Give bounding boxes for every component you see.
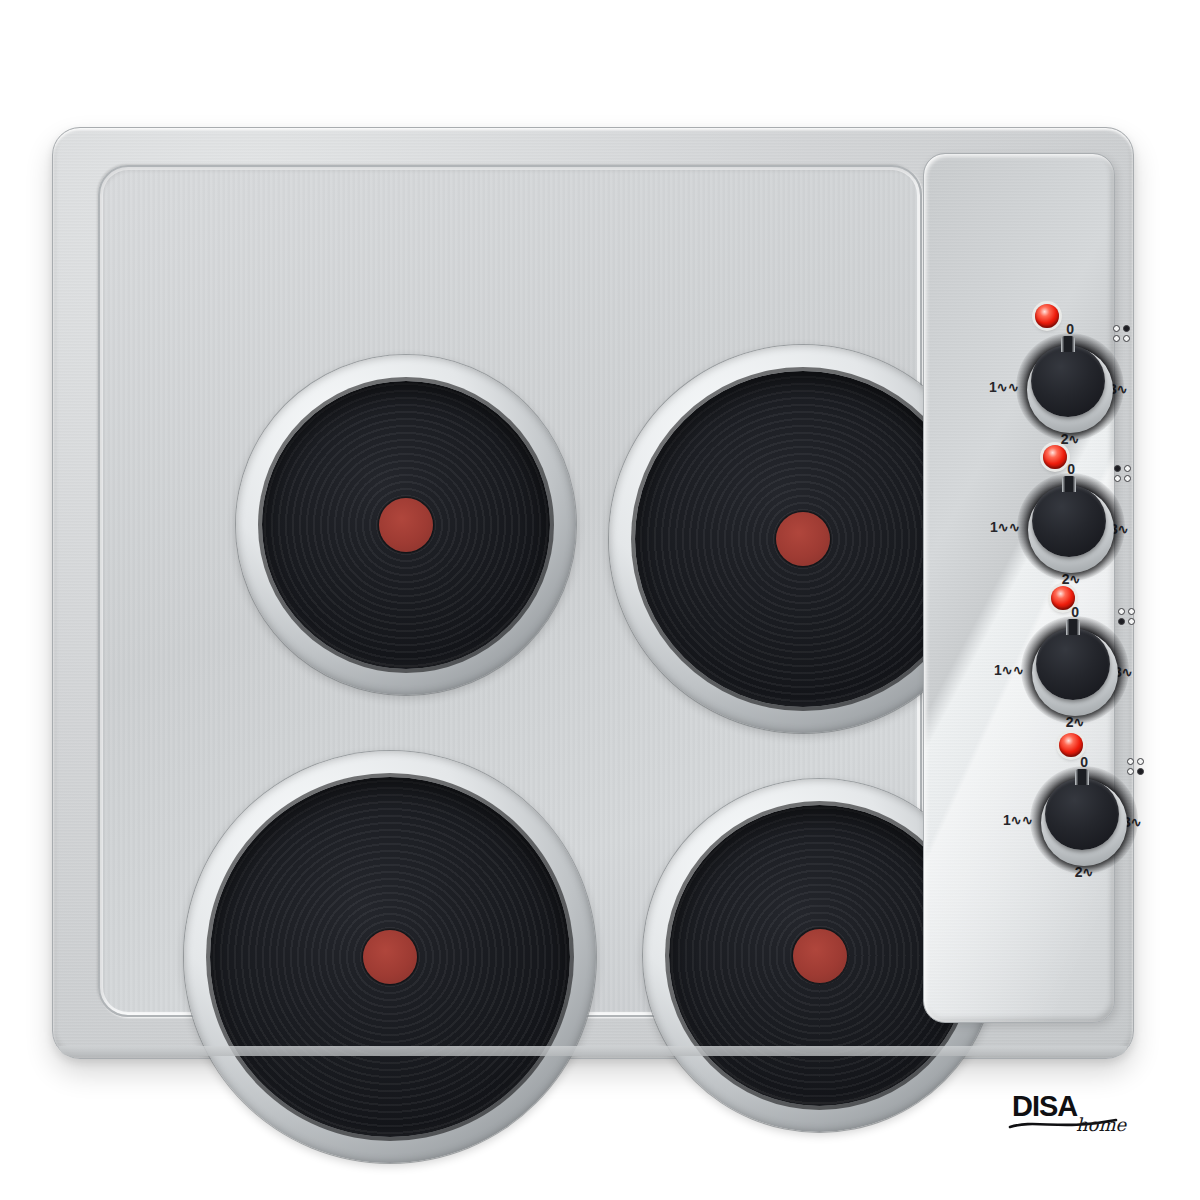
burner-position-icon-3 (1118, 608, 1138, 628)
product-photo-background: 0 1∿∿ 3∿ 2∿ 0 1∿∿ 3∿ 2∿ (0, 0, 1200, 1200)
burner-position-icon-4 (1127, 758, 1147, 778)
pos-dot-bottom-right (1128, 618, 1135, 625)
knob-2[interactable]: 0 1∿∿ 3∿ 2∿ (986, 447, 1156, 607)
hotplate-top-left (236, 355, 576, 695)
pos-dot-bottom-left (1118, 618, 1125, 625)
knob-1-cap (1031, 345, 1105, 417)
heating-plate-top-right (635, 371, 971, 707)
knob-2-cap (1032, 485, 1106, 557)
pos-dot-bottom-left (1113, 335, 1120, 342)
heating-plate-bottom-left (210, 777, 570, 1137)
plate-center-dot (793, 929, 847, 983)
knob-2-setting-low: 1∿∿ (990, 519, 1020, 535)
pos-dot-top-left (1127, 758, 1134, 765)
brand-logo: DISA home (1012, 1092, 1142, 1144)
knob-1[interactable]: 0 1∿∿ 3∿ 2∿ (985, 307, 1155, 467)
plate-center-dot (363, 930, 417, 984)
knob-3[interactable]: 0 1∿∿ 3∿ 2∿ (990, 590, 1160, 750)
hotplate-bottom-left (184, 751, 596, 1163)
knob-3-cap (1036, 628, 1110, 700)
pos-dot-top-right (1124, 465, 1131, 472)
pos-dot-bottom-left (1127, 768, 1134, 775)
plate-center-dot (776, 512, 830, 566)
brand-sub-wordmark: home (1076, 1114, 1126, 1135)
hob-body: 0 1∿∿ 3∿ 2∿ 0 1∿∿ 3∿ 2∿ (52, 127, 1134, 1059)
pos-dot-top-right (1123, 325, 1130, 332)
knob-3-setting-low: 1∿∿ (994, 662, 1024, 678)
cooking-surface (98, 165, 922, 1017)
pos-dot-bottom-right (1124, 475, 1131, 482)
pos-dot-bottom-left (1114, 475, 1121, 482)
pos-dot-bottom-right (1137, 768, 1144, 775)
knob-4-cap (1045, 778, 1119, 850)
control-panel: 0 1∿∿ 3∿ 2∿ 0 1∿∿ 3∿ 2∿ (923, 153, 1115, 1023)
pos-dot-top-left (1113, 325, 1120, 332)
pos-dot-bottom-right (1123, 335, 1130, 342)
heating-plate-top-left (262, 381, 550, 669)
plate-center-dot (379, 498, 433, 552)
burner-position-icon-1 (1113, 325, 1133, 345)
pos-dot-top-right (1128, 608, 1135, 615)
pos-dot-top-right (1137, 758, 1144, 765)
burner-position-icon-2 (1114, 465, 1134, 485)
pos-dot-top-left (1114, 465, 1121, 472)
knob-1-setting-low: 1∿∿ (989, 379, 1019, 395)
knob-4[interactable]: 0 1∿∿ 3∿ 2∿ (999, 740, 1169, 900)
knob-4-setting-low: 1∿∿ (1003, 812, 1033, 828)
pos-dot-top-left (1118, 608, 1125, 615)
